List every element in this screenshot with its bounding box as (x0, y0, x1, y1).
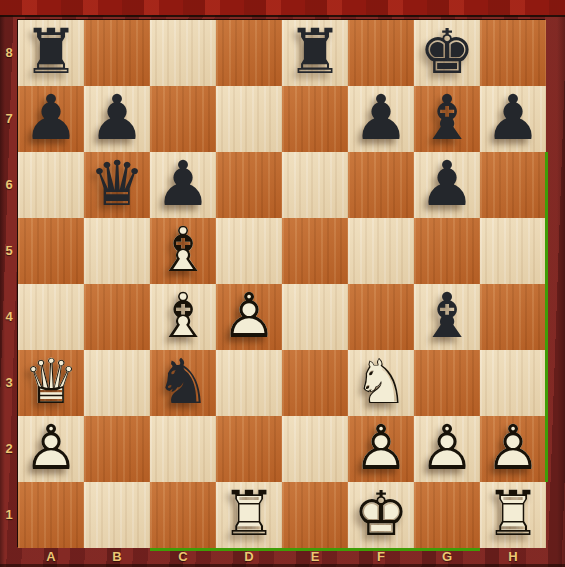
piece-glyph: ♛ (84, 152, 150, 218)
piece-outline: ♖ (216, 482, 282, 548)
black-king-g8[interactable]: ♚ (414, 20, 480, 86)
white-bishop-c5[interactable]: ♝♗ (150, 218, 216, 284)
piece-glyph: ♝ (414, 284, 480, 350)
square-c7[interactable] (150, 86, 216, 152)
piece-glyph: ♟ (18, 86, 84, 152)
white-pawn-h2[interactable]: ♟♙ (480, 416, 546, 482)
rank-label-4: 4 (0, 284, 18, 350)
black-knight-c3[interactable]: ♞ (150, 350, 216, 416)
square-g5[interactable] (414, 218, 480, 284)
square-f4[interactable] (348, 284, 414, 350)
piece-outline: ♗ (150, 218, 216, 284)
black-pawn-a7[interactable]: ♟ (18, 86, 84, 152)
square-g1[interactable] (414, 482, 480, 548)
white-pawn-a2[interactable]: ♟♙ (18, 416, 84, 482)
square-g8[interactable]: ♚ (414, 20, 480, 86)
square-f3[interactable]: ♞♘ (348, 350, 414, 416)
piece-outline: ♕ (18, 350, 84, 416)
square-a7[interactable]: ♟ (18, 86, 84, 152)
square-f7[interactable]: ♟ (348, 86, 414, 152)
piece-glyph: ♚ (414, 20, 480, 86)
black-pawn-b7[interactable]: ♟ (84, 86, 150, 152)
piece-outline: ♙ (414, 416, 480, 482)
square-c6[interactable]: ♟ (150, 152, 216, 218)
white-bishop-c4[interactable]: ♝♗ (150, 284, 216, 350)
square-e2[interactable] (282, 416, 348, 482)
piece-outline: ♗ (150, 284, 216, 350)
square-e5[interactable] (282, 218, 348, 284)
chessboard-window: ♜♜♚♟♟♟♝♟♛♟♟♝♗♝♗♟♙♝♛♕♞♞♘♟♙♟♙♟♙♟♙♜♖♚♔♜♖ 87… (0, 0, 565, 567)
board-edge-highlight-bottom (150, 548, 480, 551)
square-a8[interactable]: ♜ (18, 20, 84, 86)
square-h6[interactable] (480, 152, 546, 218)
piece-glyph: ♝ (414, 86, 480, 152)
piece-outline: ♘ (348, 350, 414, 416)
piece-glyph: ♜ (282, 20, 348, 86)
square-g6[interactable]: ♟ (414, 152, 480, 218)
square-e3[interactable] (282, 350, 348, 416)
rank-label-8: 8 (0, 20, 18, 86)
square-h1[interactable]: ♜♖ (480, 482, 546, 548)
white-rook-h1[interactable]: ♜♖ (480, 482, 546, 548)
rank-label-2: 2 (0, 416, 18, 482)
piece-outline: ♙ (18, 416, 84, 482)
square-f1[interactable]: ♚♔ (348, 482, 414, 548)
square-g3[interactable] (414, 350, 480, 416)
rank-label-1: 1 (0, 482, 18, 548)
rank-label-6: 6 (0, 152, 18, 218)
square-b1[interactable] (84, 482, 150, 548)
piece-glyph: ♜ (18, 20, 84, 86)
square-b6[interactable]: ♛ (84, 152, 150, 218)
piece-outline: ♙ (348, 416, 414, 482)
square-d6[interactable] (216, 152, 282, 218)
square-h2[interactable]: ♟♙ (480, 416, 546, 482)
rank-labels: 87654321 (0, 20, 18, 548)
square-d5[interactable] (216, 218, 282, 284)
square-h4[interactable] (480, 284, 546, 350)
square-a4[interactable] (18, 284, 84, 350)
piece-outline: ♙ (216, 284, 282, 350)
board-frame-top (0, 0, 565, 15)
white-knight-f3[interactable]: ♞♘ (348, 350, 414, 416)
white-pawn-g2[interactable]: ♟♙ (414, 416, 480, 482)
rank-label-5: 5 (0, 218, 18, 284)
piece-outline: ♖ (480, 482, 546, 548)
square-b8[interactable] (84, 20, 150, 86)
white-rook-d1[interactable]: ♜♖ (216, 482, 282, 548)
square-h7[interactable]: ♟ (480, 86, 546, 152)
square-f8[interactable] (348, 20, 414, 86)
black-pawn-c6[interactable]: ♟ (150, 152, 216, 218)
square-b5[interactable] (84, 218, 150, 284)
white-pawn-f2[interactable]: ♟♙ (348, 416, 414, 482)
piece-glyph: ♟ (84, 86, 150, 152)
black-pawn-g6[interactable]: ♟ (414, 152, 480, 218)
square-g4[interactable]: ♝ (414, 284, 480, 350)
square-b7[interactable]: ♟ (84, 86, 150, 152)
rank-label-3: 3 (0, 350, 18, 416)
piece-outline: ♔ (348, 482, 414, 548)
square-c8[interactable] (150, 20, 216, 86)
black-rook-a8[interactable]: ♜ (18, 20, 84, 86)
square-e4[interactable] (282, 284, 348, 350)
white-queen-a3[interactable]: ♛♕ (18, 350, 84, 416)
square-h3[interactable] (480, 350, 546, 416)
square-f5[interactable] (348, 218, 414, 284)
white-pawn-d4[interactable]: ♟♙ (216, 284, 282, 350)
frame-inset-line (0, 15, 565, 17)
square-h8[interactable] (480, 20, 546, 86)
square-a1[interactable] (18, 482, 84, 548)
square-c3[interactable]: ♞ (150, 350, 216, 416)
white-king-f1[interactable]: ♚♔ (348, 482, 414, 548)
square-a2[interactable]: ♟♙ (18, 416, 84, 482)
black-rook-e8[interactable]: ♜ (282, 20, 348, 86)
piece-glyph: ♟ (480, 86, 546, 152)
piece-glyph: ♟ (348, 86, 414, 152)
rank-label-7: 7 (0, 86, 18, 152)
square-c1[interactable] (150, 482, 216, 548)
square-d3[interactable] (216, 350, 282, 416)
square-a6[interactable] (18, 152, 84, 218)
square-f2[interactable]: ♟♙ (348, 416, 414, 482)
square-b2[interactable] (84, 416, 150, 482)
board-edge-highlight-right (545, 152, 548, 482)
square-e7[interactable] (282, 86, 348, 152)
black-queen-b6[interactable]: ♛ (84, 152, 150, 218)
square-b4[interactable] (84, 284, 150, 350)
piece-outline: ♙ (480, 416, 546, 482)
square-e6[interactable] (282, 152, 348, 218)
square-d8[interactable] (216, 20, 282, 86)
square-e8[interactable]: ♜ (282, 20, 348, 86)
square-d4[interactable]: ♟♙ (216, 284, 282, 350)
black-bishop-g7[interactable]: ♝ (414, 86, 480, 152)
square-b3[interactable] (84, 350, 150, 416)
square-e1[interactable] (282, 482, 348, 548)
square-d7[interactable] (216, 86, 282, 152)
square-d2[interactable] (216, 416, 282, 482)
square-d1[interactable]: ♜♖ (216, 482, 282, 548)
black-pawn-f7[interactable]: ♟ (348, 86, 414, 152)
square-g2[interactable]: ♟♙ (414, 416, 480, 482)
square-a3[interactable]: ♛♕ (18, 350, 84, 416)
square-c5[interactable]: ♝♗ (150, 218, 216, 284)
black-bishop-g4[interactable]: ♝ (414, 284, 480, 350)
piece-glyph: ♟ (414, 152, 480, 218)
square-c2[interactable] (150, 416, 216, 482)
chess-board: ♜♜♚♟♟♟♝♟♛♟♟♝♗♝♗♟♙♝♛♕♞♞♘♟♙♟♙♟♙♟♙♜♖♚♔♜♖ (18, 20, 546, 548)
piece-glyph: ♟ (150, 152, 216, 218)
square-f6[interactable] (348, 152, 414, 218)
square-c4[interactable]: ♝♗ (150, 284, 216, 350)
piece-glyph: ♞ (150, 350, 216, 416)
square-h5[interactable] (480, 218, 546, 284)
square-a5[interactable] (18, 218, 84, 284)
square-g7[interactable]: ♝ (414, 86, 480, 152)
black-pawn-h7[interactable]: ♟ (480, 86, 546, 152)
